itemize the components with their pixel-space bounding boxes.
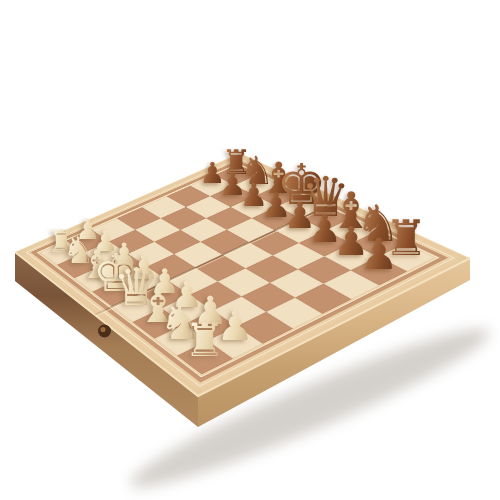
chess-set-product-photo: ♜♞♝♛♚♝♞♜♟♟♟♟♟♟♟♟♟♟♟♟♟♟♟♟♜♞♝♛♚♝♞♜ [0, 0, 500, 500]
